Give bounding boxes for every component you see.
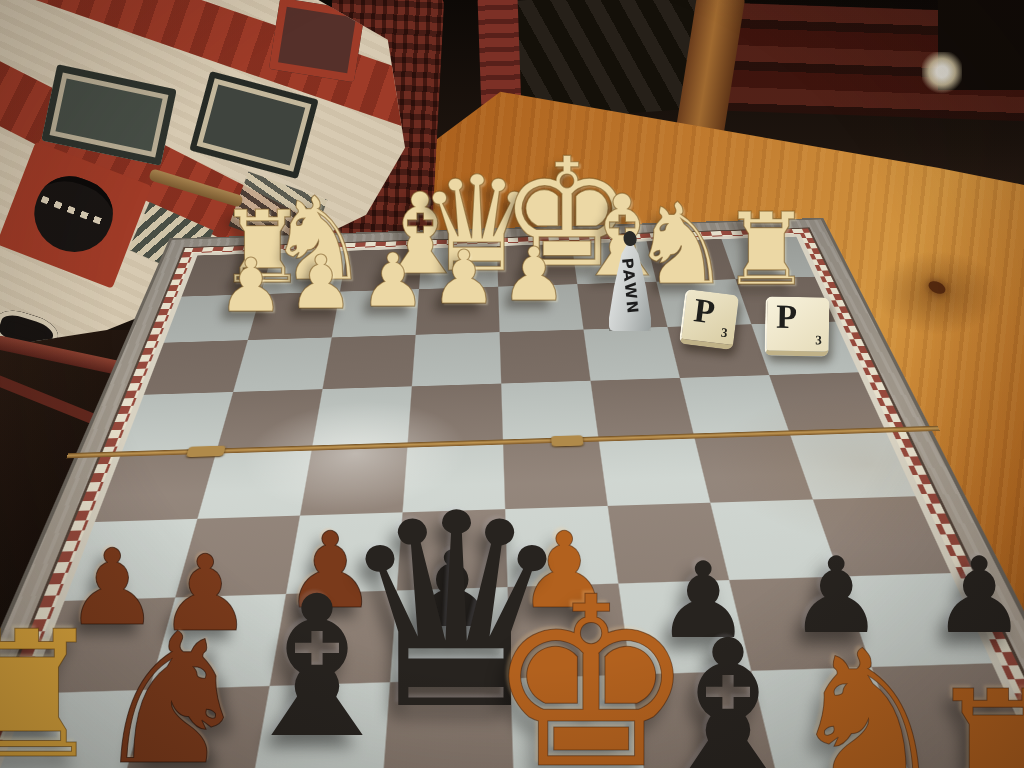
piece-white-pawn-e2[interactable]: ♟	[501, 237, 567, 311]
scene: ♜♞♝♛♚♝♞♜♟♟♟♟♟PAWNP3P3♟♟♟♟♟♟♟♟♜♞♝♛♚♝♞♜	[0, 0, 1024, 768]
piece-black-rook-a8[interactable]: ♜	[0, 608, 105, 768]
piece-white-pawn-substitute-tile-g2[interactable]: P3	[679, 289, 739, 350]
piece-black-rook-h8[interactable]: ♜	[926, 670, 1024, 768]
piece-black-knight-b8[interactable]: ♞	[91, 610, 252, 768]
wrapped-piece-tip	[622, 230, 638, 248]
piece-white-pawn-c2[interactable]: ♟	[360, 243, 426, 317]
tile-points: 3	[720, 325, 728, 342]
tile-points: 3	[815, 332, 822, 348]
piece-white-pawn-substitute-wrapped-f2[interactable]: PAWN	[609, 233, 651, 331]
piece-white-pawn-a2[interactable]: ♟	[218, 248, 284, 322]
piece-white-pawn-substitute-tile-h2[interactable]: P3	[764, 296, 829, 356]
piece-white-rook-h1[interactable]: ♜	[721, 200, 811, 300]
tile-letter: P	[776, 298, 797, 336]
pieces-layer: ♜♞♝♛♚♝♞♜♟♟♟♟♟PAWNP3P3♟♟♟♟♟♟♟♟♜♞♝♛♚♝♞♜	[0, 0, 1024, 768]
piece-black-knight-g8[interactable]: ♞	[787, 627, 948, 768]
tile-letter: P	[692, 291, 717, 331]
piece-white-pawn-b2[interactable]: ♟	[288, 245, 354, 319]
piece-white-pawn-d2[interactable]: ♟	[431, 240, 497, 314]
